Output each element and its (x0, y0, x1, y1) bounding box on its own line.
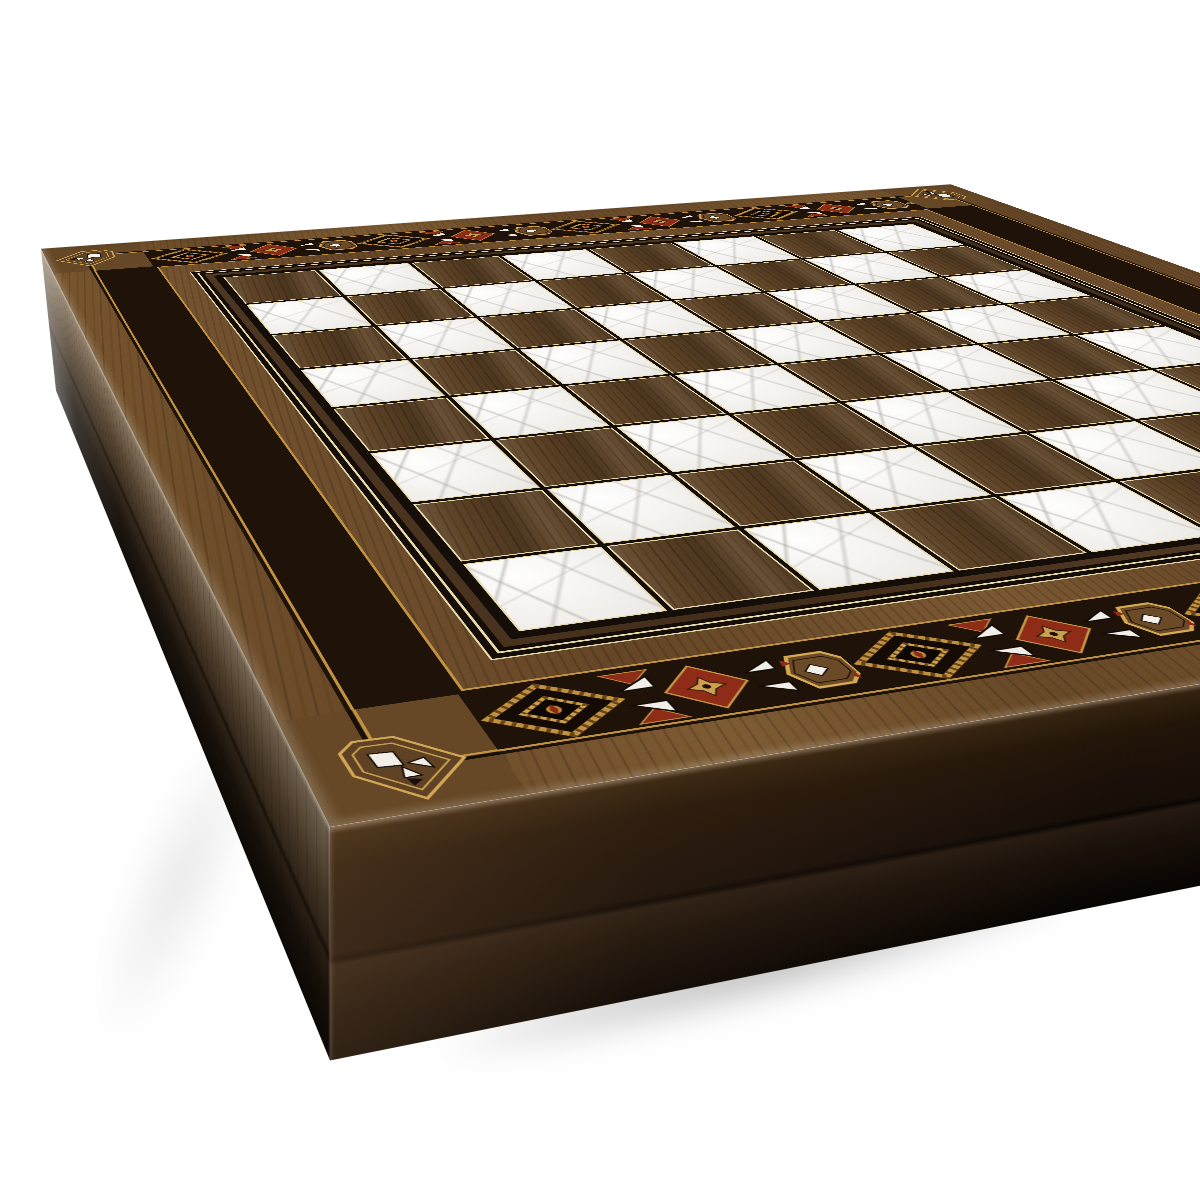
scene (0, 0, 1200, 1200)
